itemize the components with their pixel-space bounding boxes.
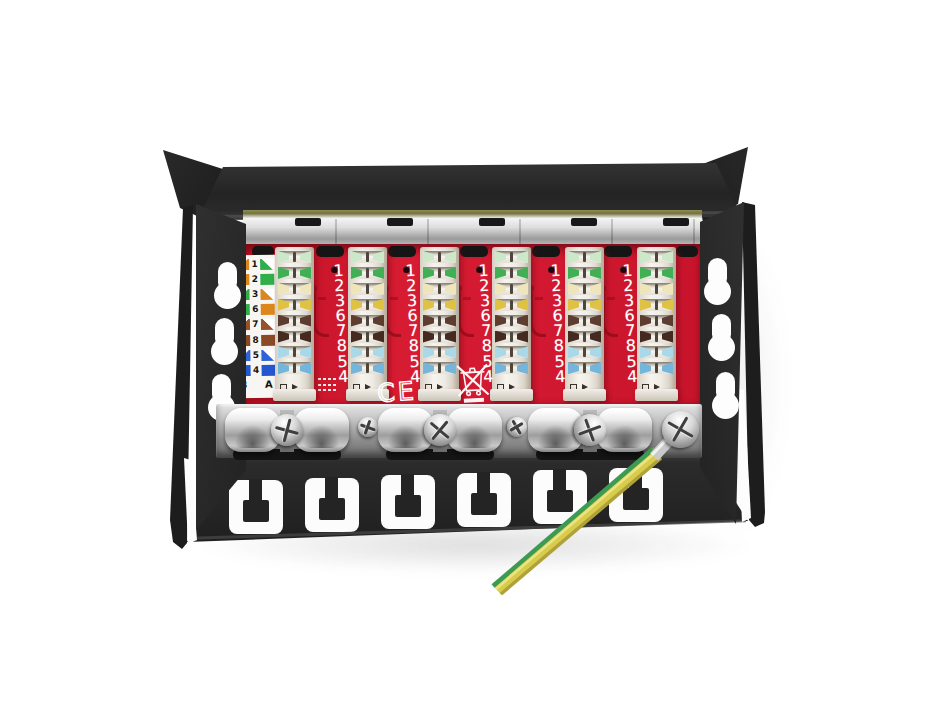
idc-wire-color [351,283,362,295]
idc-wire-color [351,267,362,279]
shield-seam [611,219,613,246]
idc-wire-color [278,315,289,327]
idc-wire-color [278,346,289,358]
idc-wire-color [373,331,384,343]
idc-wire-color [662,283,673,295]
idc-slot [640,283,673,295]
jack-slot [532,246,560,257]
idc-slot [568,315,601,327]
idc-wire-color [517,267,528,279]
idc-wire-color [517,346,528,358]
idc-wire-color [640,283,651,295]
pin-digit: 4 [623,368,642,384]
pin-digit: 4 [551,368,570,384]
idc-slit [366,252,369,262]
idc-slot [568,299,601,311]
cable-clamp [528,406,652,458]
idc-slot [495,267,528,279]
idc-slot [351,251,384,263]
swatch-568a [261,349,275,360]
idc-slot [278,283,311,295]
pin-digit: 4 [479,368,498,384]
idc-slot [568,331,601,343]
idc-slit [583,363,586,373]
idc-slit [438,252,441,262]
idc-wire-color [373,362,384,374]
idc-slit [510,347,513,357]
idc-wire-color [278,331,289,343]
idc-wire-color [517,299,528,311]
idc-wire-color [351,315,362,327]
swatch-568a [260,259,274,270]
label-pin-number: 4 [251,366,262,375]
idc-slit [655,347,658,357]
idc-slit [510,363,513,373]
idc-block [565,247,604,397]
arrow-mark-icon [509,384,515,390]
idc-slot [423,331,456,343]
idc-wire-color [568,251,579,263]
idc-slit [510,332,513,342]
idc-wire-color [423,283,434,295]
label-pin-number: 1 [249,260,260,269]
shield-seam [693,219,695,246]
idc-wire-color [351,362,362,374]
label-pin-number: 6 [250,305,261,314]
side-hole [708,314,735,361]
idc-slit [583,268,586,278]
idc-slit [655,363,658,373]
idc-wire-color [445,331,456,343]
idc-slot [423,251,456,263]
idc-wire-color [662,267,673,279]
idc-wire-color [495,267,506,279]
idc-slot [640,331,673,343]
idc-wire-color [640,267,651,279]
idc-wire-color [590,267,601,279]
idc-slit [510,268,513,278]
idc-wire-color [590,362,601,374]
idc-slit [293,268,296,278]
idc-slit [583,316,586,326]
idc-wire-color [568,362,579,374]
idc-wire-color [640,331,651,343]
idc-slot [495,299,528,311]
idc-slit [583,332,586,342]
label-col-a: A [265,378,273,391]
idc-slit [438,268,441,278]
idc-wire-color [662,346,673,358]
idc-slit [583,300,586,310]
jack-slot [460,246,488,257]
side-hole [704,258,731,305]
idc-wire-color [423,362,434,374]
idc-wire-color [662,331,673,343]
swatch-568a [260,274,274,285]
idc-slit [655,316,658,326]
idc-bottom-marks [353,383,383,391]
idc-wire-color [373,251,384,263]
pin-digit: 4 [406,368,425,384]
shield-seam [519,219,521,246]
label-pin-number: 7 [250,320,261,329]
patch-panel-photo: 12367854BA 12367854123678541236785412367… [0,0,940,705]
idc-slit [366,268,369,278]
idc-slot [278,331,311,343]
idc-bottom-marks [425,383,455,391]
idc-wire-color [590,346,601,358]
label-pin-number: 8 [250,335,261,344]
idc-block [637,247,676,397]
idc-wire-color [278,299,289,311]
idc-slot [423,299,456,311]
idc-slot [423,315,456,327]
idc-slot [278,346,311,358]
idc-slit [293,363,296,373]
idc-wire-color [445,362,456,374]
idc-wire-color [351,251,362,263]
tie-slot [229,480,283,534]
idc-slot [423,283,456,295]
idc-slot [568,362,601,374]
idc-wire-color [640,362,651,374]
idc-slot [351,362,384,374]
idc-slot [278,267,311,279]
shield-tab [663,218,689,226]
swatch-568a [261,304,275,315]
idc-slit [293,347,296,357]
idc-slit [438,284,441,294]
square-mark-icon [425,384,432,390]
idc-wire-color [495,331,506,343]
idc-wire-color [300,346,311,358]
idc-slit [438,300,441,310]
idc-wire-color [278,283,289,295]
idc-block [348,247,387,397]
idc-slit [293,316,296,326]
idc-bottom-marks [570,383,600,391]
idc-wire-color [517,283,528,295]
idc-wire-color [495,299,506,311]
idc-slot [495,362,528,374]
idc-slit [583,252,586,262]
idc-slit [366,363,369,373]
idc-wire-color [278,251,289,263]
arrow-mark-icon [292,384,298,390]
idc-slot [640,267,673,279]
idc-wire-color [300,315,311,327]
idc-slot [423,362,456,374]
shield-seam [427,219,429,246]
swatch-568a [261,334,275,345]
idc-slit [583,284,586,294]
pcb-trace [458,292,474,337]
idc-slit [655,268,658,278]
idc-wire-color [445,283,456,295]
idc-wire-color [373,346,384,358]
idc-wire-color [495,251,506,263]
idc-wire-color [568,331,579,343]
idc-wire-color [373,283,384,295]
jack-slot [604,246,632,257]
jack-slot [316,246,344,257]
idc-wire-color [373,299,384,311]
idc-slot [351,299,384,311]
idc-slit [583,347,586,357]
square-mark-icon [353,384,360,390]
idc-slit [366,284,369,294]
idc-wire-color [300,331,311,343]
idc-wire-color [495,315,506,327]
idc-slit [293,300,296,310]
square-mark-icon [642,384,649,390]
idc-wire-color [590,251,601,263]
idc-slot [495,346,528,358]
idc-wire-color [662,299,673,311]
idc-slot [568,251,601,263]
idc-wire-color [300,362,311,374]
idc-slot [568,267,601,279]
idc-wire-color [373,315,384,327]
idc-wire-color [662,315,673,327]
idc-wire-color [590,299,601,311]
jack-slot [676,246,698,257]
idc-wire-color [445,315,456,327]
idc-wire-color [517,251,528,263]
tie-slot [533,470,587,524]
idc-slot [351,283,384,295]
idc-wire-color [423,251,434,263]
idc-wire-color [445,299,456,311]
idc-wire-color [423,267,434,279]
idc-slit [293,332,296,342]
pin-digit: 4 [334,368,353,384]
square-mark-icon [570,384,577,390]
idc-slit [366,300,369,310]
idc-wire-color [495,283,506,295]
idc-slit [510,300,513,310]
idc-wire-color [640,299,651,311]
idc-slot [640,362,673,374]
idc-slot [640,251,673,263]
idc-bottom-marks [642,383,672,391]
idc-slot [423,346,456,358]
swatch-568a [260,289,274,300]
idc-wire-color [640,251,651,263]
idc-wire-color [568,299,579,311]
pcb-shield-strip [243,210,702,248]
idc-wire-color [517,362,528,374]
idc-block [492,247,531,397]
idc-block [420,247,459,397]
idc-slit [438,347,441,357]
pcb-trace [530,292,546,337]
idc-wire-color [300,299,311,311]
shield-tab [387,218,413,226]
idc-bottom-marks [497,383,527,391]
shield-tab [479,218,505,226]
idc-slot [278,251,311,263]
idc-slit [366,347,369,357]
idc-slit [655,300,658,310]
tie-slot [457,473,511,527]
idc-wire-color [568,315,579,327]
arrow-mark-icon [654,384,660,390]
idc-slot [495,315,528,327]
idc-slot [495,283,528,295]
idc-wire-color [590,331,601,343]
swatch-568a [262,364,276,375]
side-wall-left [166,202,200,554]
tie-slot [609,468,663,522]
idc-slit [510,316,513,326]
shield-tab [295,218,321,226]
idc-wire-color [662,362,673,374]
idc-wire-color [445,251,456,263]
idc-slot [278,315,311,327]
idc-slot [423,267,456,279]
idc-slot [351,331,384,343]
idc-slit [293,284,296,294]
idc-wire-color [423,315,434,327]
label-pin-number: 3 [249,290,260,299]
idc-wire-color [278,362,289,374]
shield-seam [335,219,337,246]
side-hole [712,372,739,419]
idc-slit [293,252,296,262]
cable-clamp [225,406,349,458]
idc-wire-color [423,331,434,343]
idc-slot [351,346,384,358]
idc-wire-color [517,315,528,327]
side-hole [211,318,238,365]
square-mark-icon [280,384,287,390]
idc-wire-color [351,331,362,343]
idc-slot [640,315,673,327]
idc-slit [366,332,369,342]
idc-wire-color [423,299,434,311]
idc-wire-color [300,283,311,295]
idc-slot [640,299,673,311]
tie-slot [381,475,435,529]
square-mark-icon [497,384,504,390]
label-pin-number: 2 [249,275,260,284]
idc-wire-color [568,283,579,295]
arrow-mark-icon [582,384,588,390]
idc-wire-color [517,331,528,343]
idc-slot [278,362,311,374]
idc-block [275,247,314,397]
idc-bottom-marks [280,383,310,391]
idc-wire-color [640,346,651,358]
side-hole [214,262,241,309]
idc-slit [366,316,369,326]
idc-slot [495,331,528,343]
idc-wire-color [351,299,362,311]
idc-slot [351,315,384,327]
pcb-trace [602,292,618,337]
idc-wire-color [351,346,362,358]
idc-wire-color [568,346,579,358]
idc-slot [568,346,601,358]
idc-wire-color [445,267,456,279]
idc-wire-color [278,267,289,279]
idc-wire-color [373,267,384,279]
idc-slit [510,284,513,294]
swatch-568a [261,319,275,330]
pcb-trace [385,292,401,337]
idc-slot [278,299,311,311]
idc-wire-color [445,346,456,358]
shield-tab [571,218,597,226]
idc-wire-color [640,315,651,327]
idc-wire-color [495,346,506,358]
arrow-mark-icon [437,384,443,390]
idc-wire-color [423,346,434,358]
idc-slit [438,332,441,342]
label-pin-number: 5 [250,351,261,360]
tie-slot [305,478,359,532]
pcb-trace [313,292,329,337]
idc-wire-color [568,267,579,279]
idc-wire-color [590,283,601,295]
idc-wire-color [300,267,311,279]
idc-slit [655,284,658,294]
arrow-mark-icon [365,384,371,390]
idc-wire-color [662,251,673,263]
idc-slit [510,252,513,262]
idc-wire-color [300,251,311,263]
idc-slit [655,252,658,262]
idc-slit [438,363,441,373]
jack-slot [388,246,416,257]
idc-wire-color [590,315,601,327]
idc-slot [495,251,528,263]
idc-slot [640,346,673,358]
idc-slot [351,267,384,279]
idc-slit [438,316,441,326]
idc-slit [655,332,658,342]
cable-clamp [378,406,502,458]
idc-slot [568,283,601,295]
